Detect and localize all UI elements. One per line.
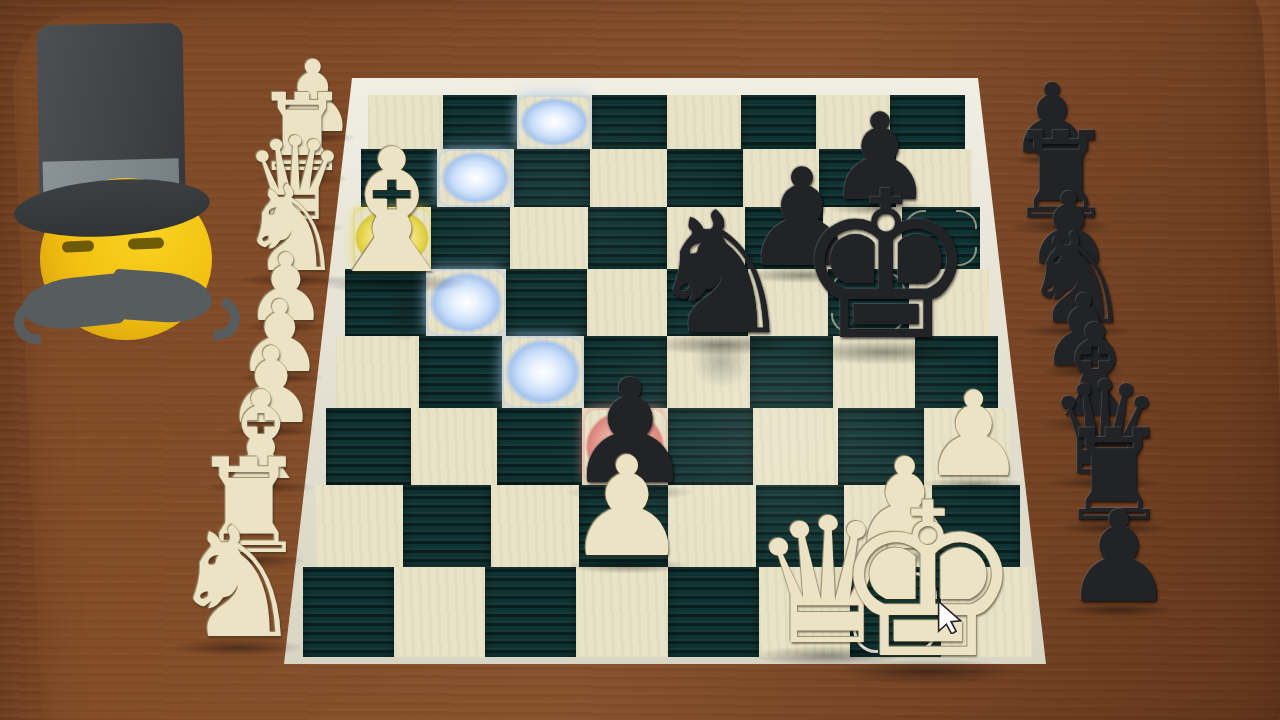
square-a2[interactable] xyxy=(315,485,403,567)
square-c8[interactable] xyxy=(517,95,592,149)
piece-shadow xyxy=(565,558,689,575)
captured-black-pawn: ♟ xyxy=(1063,495,1176,621)
white-king-g1[interactable]: ♚ xyxy=(833,475,1024,688)
piece-shadow xyxy=(833,659,1024,685)
captured-white-knight: ♞ xyxy=(168,507,305,660)
square-a4[interactable] xyxy=(336,336,419,408)
square-f3[interactable] xyxy=(753,408,838,485)
square-c7[interactable] xyxy=(514,149,590,207)
piece-shadow xyxy=(1063,603,1176,618)
black-knight-e5[interactable]: ♞ xyxy=(646,190,797,358)
piece-shadow xyxy=(168,638,305,656)
square-b4[interactable] xyxy=(419,336,502,408)
square-c5[interactable] xyxy=(506,269,587,336)
black-king-g5[interactable]: ♚ xyxy=(795,165,978,369)
square-e8[interactable] xyxy=(667,95,742,149)
square-d8[interactable] xyxy=(592,95,667,149)
square-a3[interactable] xyxy=(326,408,411,485)
piece-shadow xyxy=(795,340,978,364)
scene: ♟♜♛♞♟♟♟♝♜♞ ♟♜♟♞♟♝♛♜♟ ♝♟♟♟♛♚♟♟♞♚♟ chess xyxy=(0,0,1280,720)
square-c6[interactable] xyxy=(510,207,588,269)
square-c1[interactable] xyxy=(485,567,576,657)
square-b3[interactable] xyxy=(411,408,496,485)
white-pawn-d2[interactable]: ♟ xyxy=(565,439,689,577)
square-b1[interactable] xyxy=(394,567,485,657)
square-b2[interactable] xyxy=(403,485,491,567)
square-a1[interactable] xyxy=(303,567,394,657)
